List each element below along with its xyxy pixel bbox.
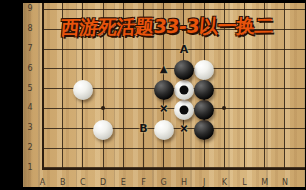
star-point-K4 — [222, 106, 226, 110]
col-label-L: L — [242, 179, 246, 187]
letterbox-top — [0, 0, 305, 3]
stone-mark-dot-H4 — [179, 105, 188, 114]
board-edge-left — [42, 3, 44, 169]
row-label-4: 4 — [27, 104, 32, 112]
col-label-A: A — [40, 179, 45, 187]
letterbox-bottom — [0, 187, 305, 190]
col-label-C: C — [80, 179, 86, 187]
col-label-E: E — [121, 179, 126, 187]
letterbox-left — [0, 0, 23, 190]
white-stone-C5 — [73, 80, 93, 100]
white-stone-D3 — [93, 120, 113, 140]
white-stone-G3 — [154, 120, 174, 140]
white-stone-H5 — [174, 80, 194, 100]
row-label-3: 3 — [27, 124, 32, 132]
mark-letter-F3: B — [139, 123, 147, 134]
col-label-D: D — [100, 179, 106, 187]
row-label-5: 5 — [27, 85, 32, 93]
col-label-B: B — [60, 179, 66, 187]
mark-triangle-G6: ▲ — [160, 64, 168, 74]
col-label-J: J — [203, 179, 205, 187]
stone-mark-dot-H5 — [179, 86, 188, 95]
row-label-9: 9 — [27, 5, 32, 13]
black-stone-J3 — [194, 120, 214, 140]
col-label-M: M — [261, 179, 268, 187]
video-frame: AB▲××987654321ABCDEFGHJKLMN 西游死活题33-3以一换… — [0, 0, 305, 190]
col-label-N: N — [282, 179, 288, 187]
row-label-2: 2 — [27, 144, 32, 152]
mark-cross-H3: × — [180, 121, 188, 135]
black-stone-G5 — [154, 80, 174, 100]
black-stone-H6 — [174, 60, 194, 80]
row-label-8: 8 — [27, 25, 32, 33]
problem-title: 西游死活题33-3以一换二 — [47, 13, 288, 41]
white-stone-J6 — [194, 60, 214, 80]
white-stone-H4 — [174, 100, 194, 120]
mark-letter-H7: A — [180, 43, 189, 54]
col-label-F: F — [141, 179, 146, 187]
row-label-6: 6 — [27, 65, 32, 73]
col-label-K: K — [222, 179, 227, 187]
mark-cross-G4: × — [159, 101, 167, 115]
black-stone-J5 — [194, 80, 214, 100]
row-label-7: 7 — [27, 45, 32, 53]
col-label-G: G — [161, 179, 167, 187]
row-label-1: 1 — [27, 164, 32, 172]
col-label-H: H — [181, 179, 187, 187]
black-stone-J4 — [194, 100, 214, 120]
board-edge-bottom — [42, 168, 306, 170]
star-point-D4 — [101, 106, 105, 110]
